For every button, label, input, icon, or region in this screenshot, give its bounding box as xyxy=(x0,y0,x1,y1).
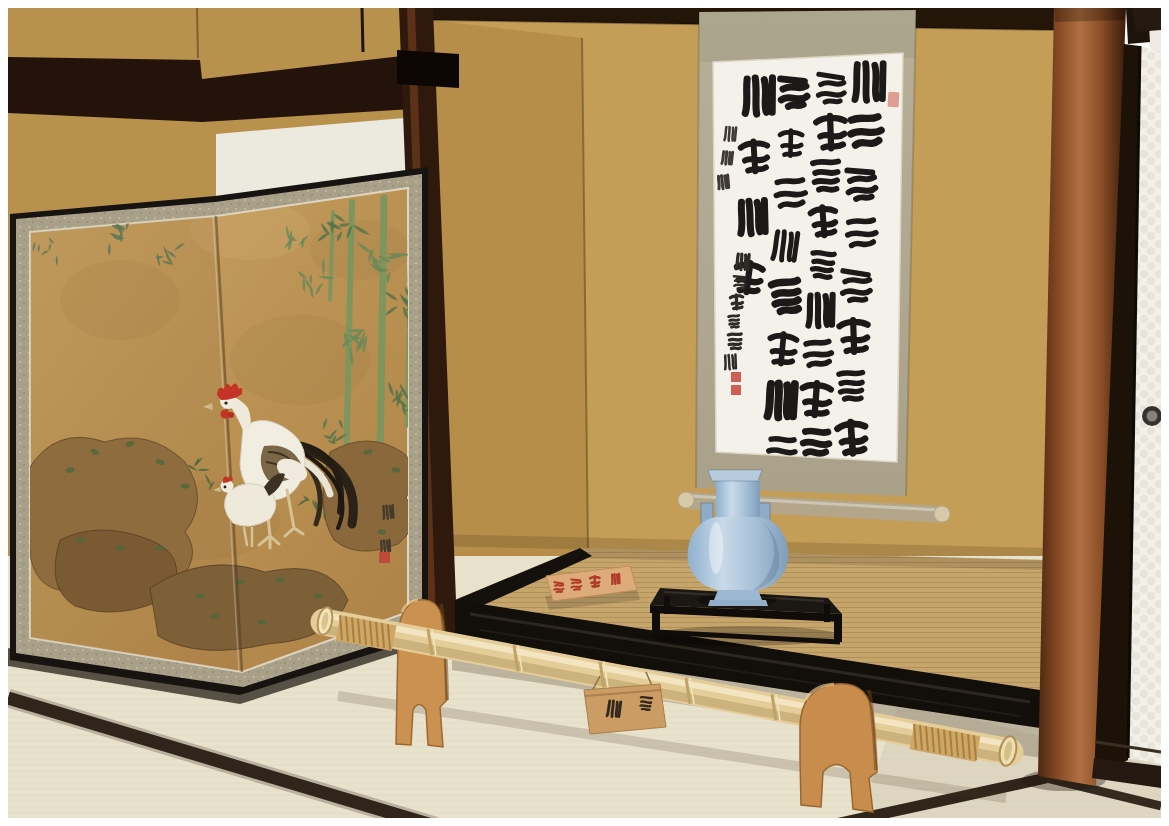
scroll-seal-2 xyxy=(731,385,741,395)
rooster-wattle xyxy=(221,410,230,419)
vase-lip xyxy=(708,470,762,481)
corner-trim xyxy=(1132,8,1161,32)
rock-right xyxy=(323,441,415,551)
right-side xyxy=(1038,8,1162,788)
vase-highlight xyxy=(709,522,723,574)
vase-foot xyxy=(714,590,762,600)
photo-frame xyxy=(0,0,1169,826)
wall-seam xyxy=(197,8,198,58)
vase-neck xyxy=(716,481,760,517)
alcove-side-wall xyxy=(431,20,588,604)
wall-seam-2 xyxy=(362,8,363,52)
rooster-eye xyxy=(224,401,227,404)
post-joint xyxy=(397,50,459,88)
roller-knob-left xyxy=(678,492,694,508)
hen-eye xyxy=(224,486,227,489)
screen-seal xyxy=(379,552,390,563)
roller-knob-right xyxy=(934,506,950,522)
pillar-top-shade xyxy=(1054,8,1126,22)
vase-body xyxy=(688,517,789,592)
scroll-seal-1 xyxy=(731,372,741,382)
room-scene xyxy=(0,0,1169,826)
vase-base xyxy=(708,600,768,606)
scroll-seal-top xyxy=(888,92,900,108)
